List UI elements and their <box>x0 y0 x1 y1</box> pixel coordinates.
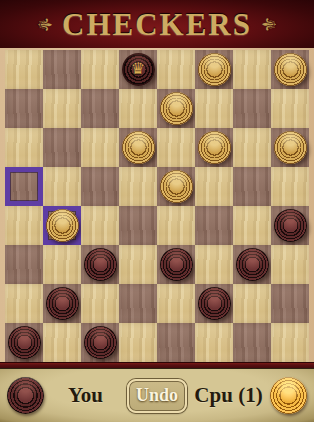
square-r3c5 <box>195 167 233 206</box>
fleur-ornament-left-icon: ⚜ <box>35 15 54 32</box>
cpu-label: Cpu (1) <box>191 383 266 408</box>
square-r7c3 <box>119 323 157 362</box>
square-r3c4[interactable] <box>157 167 195 206</box>
square-r1c6[interactable] <box>233 89 271 128</box>
square-r3c6[interactable] <box>233 167 271 206</box>
square-r1c3 <box>119 89 157 128</box>
square-r0c0 <box>5 50 43 89</box>
gold-piece[interactable] <box>46 209 79 242</box>
red-king-piece[interactable]: ♛ <box>122 53 155 86</box>
square-r3c1 <box>43 167 81 206</box>
red-piece[interactable] <box>160 248 193 281</box>
square-r5c1 <box>43 245 81 284</box>
square-r3c7 <box>271 167 309 206</box>
board-frame: ♛ <box>0 48 314 368</box>
square-r0c4 <box>157 50 195 89</box>
fleur-ornament-right-icon: ⚜ <box>260 15 279 32</box>
square-r5c0[interactable] <box>5 245 43 284</box>
square-r6c3[interactable] <box>119 284 157 323</box>
gold-checker-icon <box>270 377 307 414</box>
red-piece[interactable] <box>8 326 41 359</box>
board[interactable]: ♛ <box>5 50 309 362</box>
square-r3c0[interactable] <box>5 167 43 206</box>
square-r1c5 <box>195 89 233 128</box>
square-r6c2 <box>81 284 119 323</box>
app-title: CHECKERS <box>62 9 252 40</box>
square-r7c6[interactable] <box>233 323 271 362</box>
square-r4c0 <box>5 206 43 245</box>
square-r4c1[interactable] <box>43 206 81 245</box>
square-r2c5[interactable] <box>195 128 233 167</box>
square-r3c2[interactable] <box>81 167 119 206</box>
square-r2c0 <box>5 128 43 167</box>
square-r7c0[interactable] <box>5 323 43 362</box>
square-r1c4[interactable] <box>157 89 195 128</box>
red-piece[interactable] <box>198 287 231 320</box>
gold-piece[interactable] <box>160 170 193 203</box>
square-r5c4[interactable] <box>157 245 195 284</box>
gold-piece[interactable] <box>198 53 231 86</box>
status-bar: You Undo Cpu (1) <box>0 368 314 422</box>
square-r4c7[interactable] <box>271 206 309 245</box>
checkers-app: ⚜ CHECKERS ⚜ ♛ You Undo Cpu (1) <box>0 0 314 422</box>
square-r4c5[interactable] <box>195 206 233 245</box>
red-piece[interactable] <box>236 248 269 281</box>
square-r6c6 <box>233 284 271 323</box>
square-r4c6 <box>233 206 271 245</box>
square-r0c2 <box>81 50 119 89</box>
square-r2c6 <box>233 128 271 167</box>
square-r1c1 <box>43 89 81 128</box>
square-r0c1[interactable] <box>43 50 81 89</box>
square-r3c3 <box>119 167 157 206</box>
square-r2c4 <box>157 128 195 167</box>
red-piece[interactable] <box>274 209 307 242</box>
square-r5c5 <box>195 245 233 284</box>
square-r5c6[interactable] <box>233 245 271 284</box>
red-checker-icon <box>7 377 44 414</box>
square-r6c4 <box>157 284 195 323</box>
undo-button[interactable]: Undo <box>127 379 187 413</box>
square-r2c7[interactable] <box>271 128 309 167</box>
crown-icon: ♛ <box>131 61 145 77</box>
square-r7c4[interactable] <box>157 323 195 362</box>
square-r5c2[interactable] <box>81 245 119 284</box>
square-r5c7 <box>271 245 309 284</box>
gold-piece[interactable] <box>160 92 193 125</box>
title-bar: ⚜ CHECKERS ⚜ <box>0 0 314 48</box>
square-r4c2 <box>81 206 119 245</box>
square-r7c2[interactable] <box>81 323 119 362</box>
square-r7c7 <box>271 323 309 362</box>
square-r7c5 <box>195 323 233 362</box>
square-r6c0 <box>5 284 43 323</box>
square-r4c4 <box>157 206 195 245</box>
gold-piece[interactable] <box>198 131 231 164</box>
red-piece[interactable] <box>84 326 117 359</box>
square-r1c0[interactable] <box>5 89 43 128</box>
square-r5c3 <box>119 245 157 284</box>
square-r2c1[interactable] <box>43 128 81 167</box>
square-r6c1[interactable] <box>43 284 81 323</box>
square-r6c7[interactable] <box>271 284 309 323</box>
square-r0c3[interactable]: ♛ <box>119 50 157 89</box>
square-r4c3[interactable] <box>119 206 157 245</box>
gold-piece[interactable] <box>122 131 155 164</box>
red-piece[interactable] <box>46 287 79 320</box>
player-label: You <box>48 383 123 408</box>
gold-piece[interactable] <box>274 131 307 164</box>
square-r0c5[interactable] <box>195 50 233 89</box>
square-r0c7[interactable] <box>271 50 309 89</box>
square-r2c3[interactable] <box>119 128 157 167</box>
square-r6c5[interactable] <box>195 284 233 323</box>
square-r2c2 <box>81 128 119 167</box>
square-r1c2[interactable] <box>81 89 119 128</box>
square-r1c7 <box>271 89 309 128</box>
square-r0c6 <box>233 50 271 89</box>
gold-piece[interactable] <box>274 53 307 86</box>
square-r7c1 <box>43 323 81 362</box>
red-piece[interactable] <box>84 248 117 281</box>
